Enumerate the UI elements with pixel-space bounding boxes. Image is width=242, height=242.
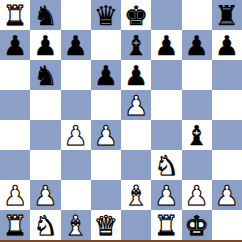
square-a3[interactable] <box>0 150 30 180</box>
square-d6[interactable]: ♟ <box>91 60 121 90</box>
square-e3[interactable] <box>121 150 151 180</box>
square-h5[interactable] <box>212 90 242 120</box>
piece-white-pawn: ♟ <box>124 91 148 120</box>
square-g5[interactable] <box>182 90 212 120</box>
square-g3[interactable] <box>182 150 212 180</box>
piece-black-pawn: ♟ <box>3 31 27 60</box>
piece-white-rook: ♜ <box>3 211 27 240</box>
square-e6[interactable]: ♟ <box>121 60 151 90</box>
piece-black-bishop: ♝ <box>124 31 148 60</box>
square-e5[interactable]: ♟ <box>121 90 151 120</box>
square-h7[interactable]: ♟ <box>212 30 242 60</box>
piece-black-knight: ♞ <box>33 1 57 30</box>
square-g2[interactable]: ♟ <box>182 180 212 210</box>
square-a1[interactable]: ♜ <box>0 210 30 240</box>
piece-black-bishop: ♝ <box>185 121 209 150</box>
square-c3[interactable] <box>61 150 91 180</box>
square-e4[interactable] <box>121 120 151 150</box>
square-c6[interactable] <box>61 60 91 90</box>
piece-white-pawn: ♟ <box>154 181 178 210</box>
square-e1[interactable] <box>121 210 151 240</box>
square-e7[interactable]: ♝ <box>121 30 151 60</box>
square-b7[interactable]: ♟ <box>30 30 60 60</box>
piece-white-pawn: ♟ <box>185 181 209 210</box>
square-h6[interactable] <box>212 60 242 90</box>
square-h2[interactable]: ♟ <box>212 180 242 210</box>
piece-black-pawn: ♟ <box>124 61 148 90</box>
square-e2[interactable]: ♝ <box>121 180 151 210</box>
square-c2[interactable] <box>61 180 91 210</box>
piece-black-pawn: ♟ <box>94 61 118 90</box>
piece-white-pawn: ♟ <box>94 121 118 150</box>
square-b2[interactable]: ♟ <box>30 180 60 210</box>
square-h1[interactable] <box>212 210 242 240</box>
chess-app-window: ♜♞♛♚♜♟♟♟♝♟♟♟♞♟♟♟♟♟♝♞♟♟♝♟♟♟♜♞♝♛♜♚ <box>0 0 242 242</box>
square-f1[interactable]: ♜ <box>151 210 181 240</box>
square-d1[interactable]: ♛ <box>91 210 121 240</box>
piece-white-queen: ♛ <box>94 211 118 240</box>
piece-black-pawn: ♟ <box>33 31 57 60</box>
square-g4[interactable]: ♝ <box>182 120 212 150</box>
piece-white-rook: ♜ <box>3 1 27 30</box>
piece-white-pawn: ♟ <box>64 121 88 150</box>
square-h4[interactable] <box>212 120 242 150</box>
square-c1[interactable]: ♝ <box>61 210 91 240</box>
square-d3[interactable] <box>91 150 121 180</box>
piece-black-pawn: ♟ <box>64 31 88 60</box>
piece-white-bishop: ♝ <box>64 211 88 240</box>
piece-white-pawn: ♟ <box>33 181 57 210</box>
square-f4[interactable] <box>151 120 181 150</box>
square-a7[interactable]: ♟ <box>0 30 30 60</box>
piece-black-knight: ♞ <box>33 61 57 90</box>
piece-white-rook: ♜ <box>154 211 178 240</box>
square-g6[interactable] <box>182 60 212 90</box>
piece-black-king: ♚ <box>124 1 148 30</box>
square-f8[interactable] <box>151 0 181 30</box>
piece-white-king: ♚ <box>185 211 209 240</box>
square-f2[interactable]: ♟ <box>151 180 181 210</box>
square-b8[interactable]: ♞ <box>30 0 60 30</box>
square-g8[interactable] <box>182 0 212 30</box>
square-b5[interactable] <box>30 90 60 120</box>
square-d8[interactable]: ♛ <box>91 0 121 30</box>
square-f3[interactable]: ♞ <box>151 150 181 180</box>
square-g7[interactable]: ♟ <box>182 30 212 60</box>
square-e8[interactable]: ♚ <box>121 0 151 30</box>
square-b3[interactable] <box>30 150 60 180</box>
piece-white-knight: ♞ <box>154 151 178 180</box>
square-b1[interactable]: ♞ <box>30 210 60 240</box>
square-f7[interactable]: ♟ <box>151 30 181 60</box>
square-a2[interactable]: ♟ <box>0 180 30 210</box>
square-d5[interactable] <box>91 90 121 120</box>
piece-black-pawn: ♟ <box>154 31 178 60</box>
square-d2[interactable] <box>91 180 121 210</box>
square-a8[interactable]: ♜ <box>0 0 30 30</box>
square-g1[interactable]: ♚ <box>182 210 212 240</box>
square-a6[interactable] <box>0 60 30 90</box>
square-f6[interactable] <box>151 60 181 90</box>
square-c4[interactable]: ♟ <box>61 120 91 150</box>
piece-black-rook: ♜ <box>215 1 239 30</box>
piece-white-knight: ♞ <box>33 211 57 240</box>
square-b6[interactable]: ♞ <box>30 60 60 90</box>
square-h8[interactable]: ♜ <box>212 0 242 30</box>
square-c5[interactable] <box>61 90 91 120</box>
square-d7[interactable] <box>91 30 121 60</box>
square-a4[interactable] <box>0 120 30 150</box>
piece-black-pawn: ♟ <box>185 31 209 60</box>
square-c7[interactable]: ♟ <box>61 30 91 60</box>
square-c8[interactable] <box>61 0 91 30</box>
piece-black-queen: ♛ <box>94 1 118 30</box>
square-a5[interactable] <box>0 90 30 120</box>
square-d4[interactable]: ♟ <box>91 120 121 150</box>
piece-white-pawn: ♟ <box>3 181 27 210</box>
square-h3[interactable] <box>212 150 242 180</box>
chess-board: ♜♞♛♚♜♟♟♟♝♟♟♟♞♟♟♟♟♟♝♞♟♟♝♟♟♟♜♞♝♛♜♚ <box>0 0 242 240</box>
square-f5[interactable] <box>151 90 181 120</box>
square-b4[interactable] <box>30 120 60 150</box>
piece-white-bishop: ♝ <box>124 181 148 210</box>
piece-white-pawn: ♟ <box>215 181 239 210</box>
piece-black-pawn: ♟ <box>215 31 239 60</box>
